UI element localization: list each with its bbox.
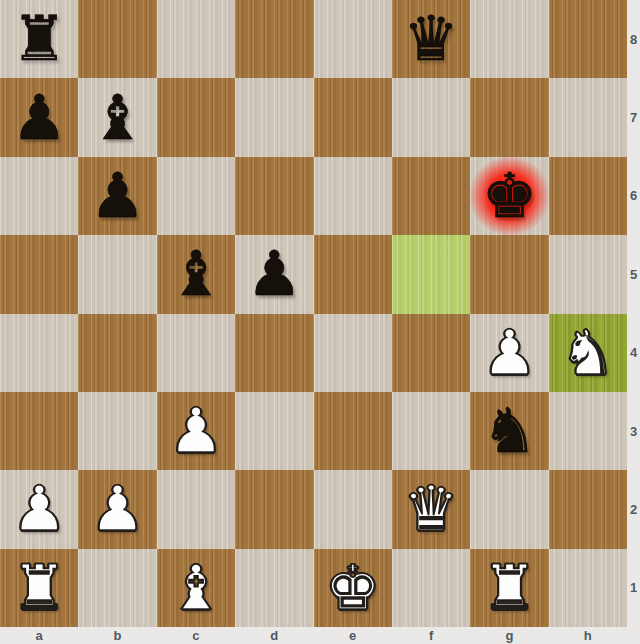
square-e8[interactable]	[314, 0, 392, 78]
rank-label-8: 8	[627, 0, 640, 78]
square-h4[interactable]: ♞	[549, 314, 627, 392]
square-b4[interactable]	[78, 314, 156, 392]
square-f7[interactable]	[392, 78, 470, 156]
black-knight-icon[interactable]: ♞	[482, 392, 538, 470]
board: ♜♛♟♝♟♚♝♟♟♞♟♞♟♟♛♜♝♚♜	[0, 0, 627, 627]
square-g4[interactable]: ♟	[470, 314, 548, 392]
square-a2[interactable]: ♟	[0, 470, 78, 548]
square-h5[interactable]	[549, 235, 627, 313]
coord-corner	[627, 627, 640, 644]
square-d2[interactable]	[235, 470, 313, 548]
white-bishop-icon[interactable]: ♝	[168, 549, 224, 627]
square-g5[interactable]	[470, 235, 548, 313]
white-rook-icon[interactable]: ♜	[11, 549, 67, 627]
square-c4[interactable]	[157, 314, 235, 392]
square-h6[interactable]	[549, 157, 627, 235]
square-f5[interactable]	[392, 235, 470, 313]
white-queen-icon[interactable]: ♛	[403, 470, 459, 548]
square-g1[interactable]: ♜	[470, 549, 548, 627]
square-d6[interactable]	[235, 157, 313, 235]
square-b5[interactable]	[78, 235, 156, 313]
file-label-c: c	[157, 627, 235, 644]
file-label-f: f	[392, 627, 470, 644]
square-e1[interactable]: ♚	[314, 549, 392, 627]
white-rook-icon[interactable]: ♜	[482, 549, 538, 627]
square-a8[interactable]: ♜	[0, 0, 78, 78]
black-pawn-icon[interactable]: ♟	[90, 157, 146, 235]
square-f4[interactable]	[392, 314, 470, 392]
square-b2[interactable]: ♟	[78, 470, 156, 548]
square-g8[interactable]	[470, 0, 548, 78]
file-labels: abcdefgh	[0, 627, 627, 644]
white-king-icon[interactable]: ♚	[325, 549, 381, 627]
square-c8[interactable]	[157, 0, 235, 78]
black-king-icon[interactable]: ♚	[482, 157, 538, 235]
square-b3[interactable]	[78, 392, 156, 470]
square-e7[interactable]	[314, 78, 392, 156]
square-h7[interactable]	[549, 78, 627, 156]
square-e6[interactable]	[314, 157, 392, 235]
square-a6[interactable]	[0, 157, 78, 235]
square-e4[interactable]	[314, 314, 392, 392]
rank-label-2: 2	[627, 470, 640, 548]
file-label-d: d	[235, 627, 313, 644]
square-d5[interactable]: ♟	[235, 235, 313, 313]
chess-board-frame: ♜♛♟♝♟♚♝♟♟♞♟♞♟♟♛♜♝♚♜ 87654321 abcdefgh	[0, 0, 640, 644]
file-label-h: h	[549, 627, 627, 644]
white-pawn-icon[interactable]: ♟	[11, 470, 67, 548]
file-label-e: e	[314, 627, 392, 644]
square-c7[interactable]	[157, 78, 235, 156]
square-d1[interactable]	[235, 549, 313, 627]
square-g2[interactable]	[470, 470, 548, 548]
square-c2[interactable]	[157, 470, 235, 548]
file-label-b: b	[78, 627, 156, 644]
rank-labels: 87654321	[627, 0, 640, 627]
square-a3[interactable]	[0, 392, 78, 470]
square-f6[interactable]	[392, 157, 470, 235]
square-b6[interactable]: ♟	[78, 157, 156, 235]
square-e2[interactable]	[314, 470, 392, 548]
file-label-a: a	[0, 627, 78, 644]
black-rook-icon[interactable]: ♜	[11, 0, 67, 78]
square-b8[interactable]	[78, 0, 156, 78]
square-a1[interactable]: ♜	[0, 549, 78, 627]
square-b7[interactable]: ♝	[78, 78, 156, 156]
square-f8[interactable]: ♛	[392, 0, 470, 78]
square-f1[interactable]	[392, 549, 470, 627]
square-c5[interactable]: ♝	[157, 235, 235, 313]
square-b1[interactable]	[78, 549, 156, 627]
square-f3[interactable]	[392, 392, 470, 470]
file-label-g: g	[470, 627, 548, 644]
white-pawn-icon[interactable]: ♟	[90, 470, 146, 548]
square-a4[interactable]	[0, 314, 78, 392]
square-c6[interactable]	[157, 157, 235, 235]
rank-label-1: 1	[627, 549, 640, 627]
black-pawn-icon[interactable]: ♟	[247, 235, 303, 313]
square-a7[interactable]: ♟	[0, 78, 78, 156]
square-g6[interactable]: ♚	[470, 157, 548, 235]
square-d7[interactable]	[235, 78, 313, 156]
rank-label-7: 7	[627, 78, 640, 156]
square-d3[interactable]	[235, 392, 313, 470]
square-e3[interactable]	[314, 392, 392, 470]
black-queen-icon[interactable]: ♛	[403, 0, 459, 78]
black-pawn-icon[interactable]: ♟	[11, 79, 67, 157]
square-d4[interactable]	[235, 314, 313, 392]
square-d8[interactable]	[235, 0, 313, 78]
square-g7[interactable]	[470, 78, 548, 156]
square-h1[interactable]	[549, 549, 627, 627]
square-c1[interactable]: ♝	[157, 549, 235, 627]
black-bishop-icon[interactable]: ♝	[90, 79, 146, 157]
white-pawn-icon[interactable]: ♟	[168, 392, 224, 470]
white-knight-icon[interactable]: ♞	[560, 314, 616, 392]
square-h2[interactable]	[549, 470, 627, 548]
black-bishop-icon[interactable]: ♝	[168, 235, 224, 313]
square-h8[interactable]	[549, 0, 627, 78]
rank-label-5: 5	[627, 235, 640, 313]
rank-label-3: 3	[627, 392, 640, 470]
rank-label-4: 4	[627, 314, 640, 392]
square-c3[interactable]: ♟	[157, 392, 235, 470]
square-f2[interactable]: ♛	[392, 470, 470, 548]
square-e5[interactable]	[314, 235, 392, 313]
rank-label-6: 6	[627, 157, 640, 235]
square-a5[interactable]	[0, 235, 78, 313]
square-h3[interactable]	[549, 392, 627, 470]
white-pawn-icon[interactable]: ♟	[482, 314, 538, 392]
square-g3[interactable]: ♞	[470, 392, 548, 470]
